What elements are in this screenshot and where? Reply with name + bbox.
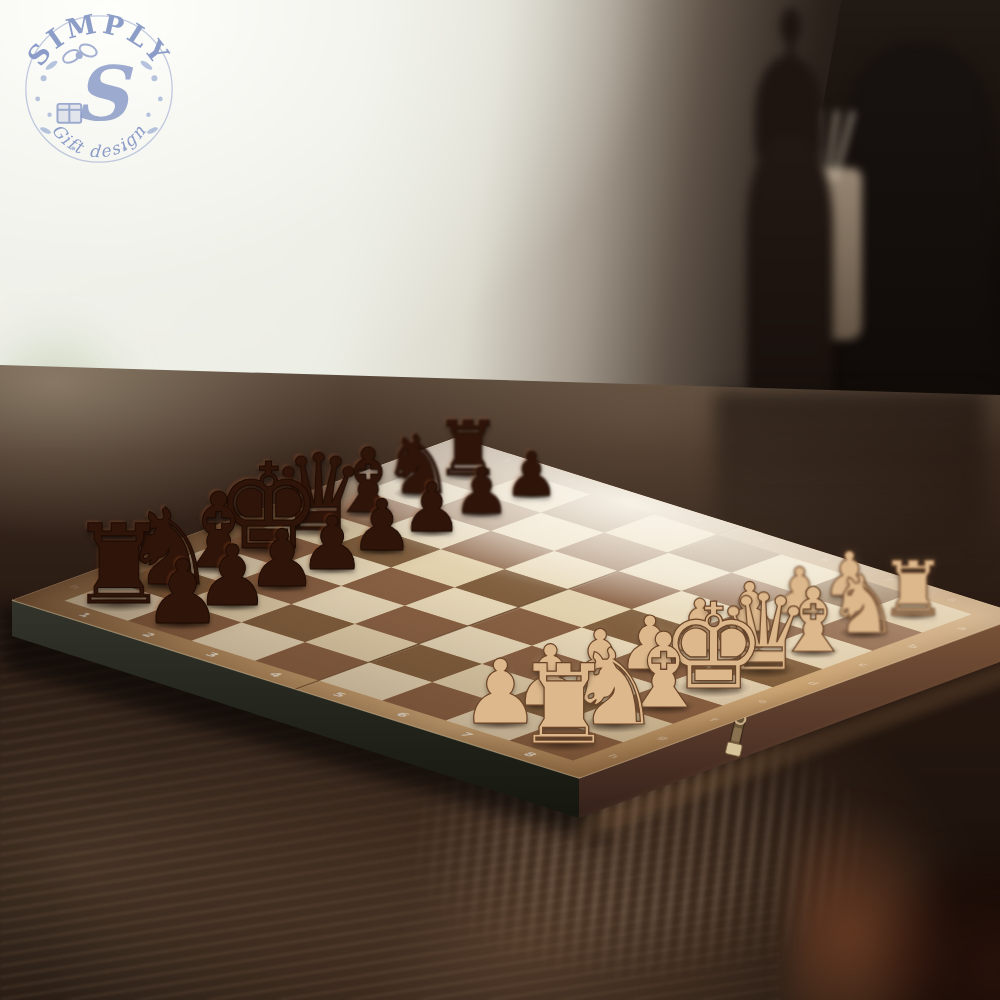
dark-pawn-icon: ♟	[504, 443, 559, 504]
photo-scene: ♜♟♟♜♞♟♟♞♝♟♟♝♛♟♟♛♚♟♟♚♝♟♟♝♞♟♟♞♜♟♟♜ 1122334…	[0, 0, 1000, 1000]
logo-monogram: S	[74, 49, 134, 138]
foreground-blur-object	[790, 762, 1000, 1000]
logo-giftbox-icon	[57, 104, 81, 123]
brand-logo: SIMPLY S Gift design	[10, 4, 188, 182]
light-rook-icon: ♜	[514, 650, 613, 760]
dark-pawn-icon: ♟	[142, 548, 222, 637]
square-h8: ♜	[509, 722, 622, 760]
